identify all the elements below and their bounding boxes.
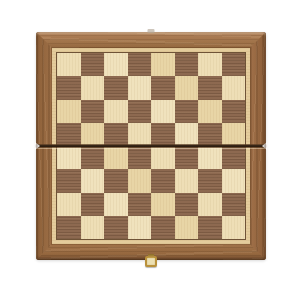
square-a7 bbox=[57, 76, 81, 99]
square-g6 bbox=[198, 100, 222, 123]
square-c4 bbox=[104, 146, 128, 169]
square-e6 bbox=[151, 100, 175, 123]
square-a3 bbox=[57, 169, 81, 192]
square-b1 bbox=[81, 216, 105, 239]
square-g3 bbox=[198, 169, 222, 192]
fold-seam bbox=[35, 144, 267, 148]
square-c3 bbox=[104, 169, 128, 192]
square-c2 bbox=[104, 193, 128, 216]
square-h5 bbox=[222, 123, 246, 146]
square-h7 bbox=[222, 76, 246, 99]
square-d6 bbox=[128, 100, 152, 123]
square-b8 bbox=[81, 53, 105, 76]
square-b2 bbox=[81, 193, 105, 216]
square-c1 bbox=[104, 216, 128, 239]
square-c7 bbox=[104, 76, 128, 99]
square-b7 bbox=[81, 76, 105, 99]
square-e2 bbox=[151, 193, 175, 216]
square-f8 bbox=[175, 53, 199, 76]
square-g5 bbox=[198, 123, 222, 146]
square-e8 bbox=[151, 53, 175, 76]
square-h3 bbox=[222, 169, 246, 192]
square-e5 bbox=[151, 123, 175, 146]
square-d2 bbox=[128, 193, 152, 216]
square-f3 bbox=[175, 169, 199, 192]
frame-top bbox=[36, 32, 266, 48]
square-f5 bbox=[175, 123, 199, 146]
square-g1 bbox=[198, 216, 222, 239]
square-f6 bbox=[175, 100, 199, 123]
brass-clasp-icon bbox=[145, 256, 157, 267]
square-a1 bbox=[57, 216, 81, 239]
square-a4 bbox=[57, 146, 81, 169]
square-h2 bbox=[222, 193, 246, 216]
square-h8 bbox=[222, 53, 246, 76]
folding-chess-box bbox=[36, 32, 266, 260]
square-e3 bbox=[151, 169, 175, 192]
square-e4 bbox=[151, 146, 175, 169]
square-g2 bbox=[198, 193, 222, 216]
square-c6 bbox=[104, 100, 128, 123]
square-a6 bbox=[57, 100, 81, 123]
square-d7 bbox=[128, 76, 152, 99]
square-d8 bbox=[128, 53, 152, 76]
square-h4 bbox=[222, 146, 246, 169]
square-d4 bbox=[128, 146, 152, 169]
square-f1 bbox=[175, 216, 199, 239]
square-b4 bbox=[81, 146, 105, 169]
square-b6 bbox=[81, 100, 105, 123]
square-f2 bbox=[175, 193, 199, 216]
square-d5 bbox=[128, 123, 152, 146]
square-c5 bbox=[104, 123, 128, 146]
square-g8 bbox=[198, 53, 222, 76]
square-g4 bbox=[198, 146, 222, 169]
square-f7 bbox=[175, 76, 199, 99]
square-c8 bbox=[104, 53, 128, 76]
square-h1 bbox=[222, 216, 246, 239]
square-d1 bbox=[128, 216, 152, 239]
hinge-pin-icon bbox=[148, 29, 155, 33]
square-f4 bbox=[175, 146, 199, 169]
product-photo-background bbox=[0, 0, 300, 300]
square-a5 bbox=[57, 123, 81, 146]
square-h6 bbox=[222, 100, 246, 123]
square-a8 bbox=[57, 53, 81, 76]
square-b5 bbox=[81, 123, 105, 146]
square-b3 bbox=[81, 169, 105, 192]
square-e7 bbox=[151, 76, 175, 99]
square-a2 bbox=[57, 193, 81, 216]
square-e1 bbox=[151, 216, 175, 239]
square-g7 bbox=[198, 76, 222, 99]
square-d3 bbox=[128, 169, 152, 192]
